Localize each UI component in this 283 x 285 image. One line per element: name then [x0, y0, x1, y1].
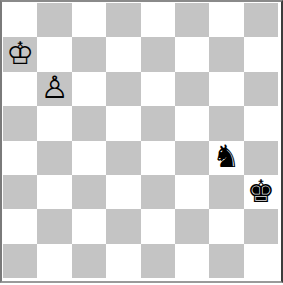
square-f6[interactable] — [175, 72, 209, 106]
square-f5[interactable] — [175, 106, 209, 140]
square-g3[interactable] — [209, 175, 243, 209]
square-c4[interactable] — [72, 141, 106, 175]
square-e3[interactable] — [141, 175, 175, 209]
square-d3[interactable] — [106, 175, 140, 209]
square-c1[interactable] — [72, 244, 106, 278]
square-c2[interactable] — [72, 209, 106, 243]
square-b5[interactable] — [37, 106, 71, 140]
square-h6[interactable] — [244, 72, 278, 106]
square-h5[interactable] — [244, 106, 278, 140]
square-a7[interactable]: ♔ — [3, 37, 37, 71]
square-b6[interactable]: ♙ — [37, 72, 71, 106]
square-c5[interactable] — [72, 106, 106, 140]
square-h7[interactable] — [244, 37, 278, 71]
square-g1[interactable] — [209, 244, 243, 278]
square-c7[interactable] — [72, 37, 106, 71]
square-b3[interactable] — [37, 175, 71, 209]
square-f3[interactable] — [175, 175, 209, 209]
square-e7[interactable] — [141, 37, 175, 71]
square-e1[interactable] — [141, 244, 175, 278]
black-king: ♚ — [247, 176, 275, 207]
square-f4[interactable] — [175, 141, 209, 175]
square-h1[interactable] — [244, 244, 278, 278]
square-f7[interactable] — [175, 37, 209, 71]
square-a8[interactable] — [3, 3, 37, 37]
square-f8[interactable] — [175, 3, 209, 37]
square-d4[interactable] — [106, 141, 140, 175]
chess-diagram: ♔♙♞♚ — [0, 0, 281, 285]
square-h3[interactable]: ♚ — [244, 175, 278, 209]
white-king: ♔ — [6, 38, 34, 69]
square-f1[interactable] — [175, 244, 209, 278]
square-f2[interactable] — [175, 209, 209, 243]
square-d5[interactable] — [106, 106, 140, 140]
square-d8[interactable] — [106, 3, 140, 37]
square-g5[interactable] — [209, 106, 243, 140]
square-g7[interactable] — [209, 37, 243, 71]
square-b4[interactable] — [37, 141, 71, 175]
square-e6[interactable] — [141, 72, 175, 106]
square-b8[interactable] — [37, 3, 71, 37]
square-a5[interactable] — [3, 106, 37, 140]
square-a4[interactable] — [3, 141, 37, 175]
chess-board-frame: ♔♙♞♚ — [0, 0, 283, 283]
square-a6[interactable] — [3, 72, 37, 106]
square-g2[interactable] — [209, 209, 243, 243]
square-c3[interactable] — [72, 175, 106, 209]
square-e2[interactable] — [141, 209, 175, 243]
square-b1[interactable] — [37, 244, 71, 278]
square-a1[interactable] — [3, 244, 37, 278]
square-a2[interactable] — [3, 209, 37, 243]
square-b2[interactable] — [37, 209, 71, 243]
square-d6[interactable] — [106, 72, 140, 106]
square-c8[interactable] — [72, 3, 106, 37]
square-h4[interactable] — [244, 141, 278, 175]
square-h8[interactable] — [244, 3, 278, 37]
square-g6[interactable] — [209, 72, 243, 106]
square-d2[interactable] — [106, 209, 140, 243]
square-e5[interactable] — [141, 106, 175, 140]
square-e4[interactable] — [141, 141, 175, 175]
square-d1[interactable] — [106, 244, 140, 278]
square-d7[interactable] — [106, 37, 140, 71]
black-knight: ♞ — [213, 141, 241, 172]
square-h2[interactable] — [244, 209, 278, 243]
square-b7[interactable] — [37, 37, 71, 71]
square-a3[interactable] — [3, 175, 37, 209]
chess-board: ♔♙♞♚ — [3, 3, 278, 278]
square-g8[interactable] — [209, 3, 243, 37]
square-g4[interactable]: ♞ — [209, 141, 243, 175]
square-c6[interactable] — [72, 72, 106, 106]
square-e8[interactable] — [141, 3, 175, 37]
white-pawn: ♙ — [41, 72, 69, 103]
